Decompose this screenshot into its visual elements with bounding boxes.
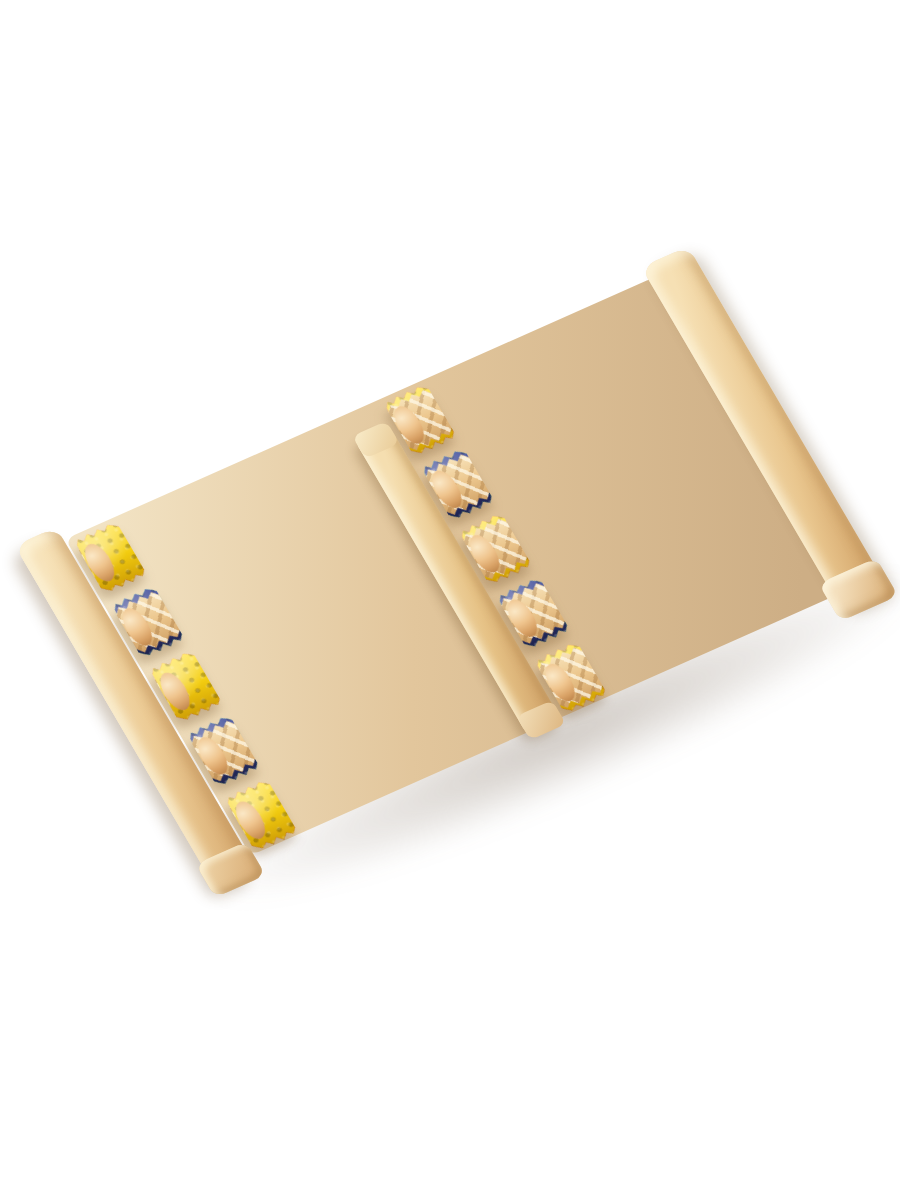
product-photo-scene <box>0 0 900 1200</box>
